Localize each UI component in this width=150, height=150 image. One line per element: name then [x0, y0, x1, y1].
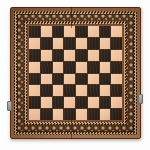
- square-c8[interactable]: [53, 26, 64, 37]
- square-d1[interactable]: [64, 109, 75, 120]
- square-g4[interactable]: [100, 74, 111, 85]
- square-c1[interactable]: [53, 109, 64, 120]
- square-b5[interactable]: [41, 62, 52, 73]
- square-e4[interactable]: [76, 74, 87, 85]
- square-d8[interactable]: [64, 26, 75, 37]
- square-f6[interactable]: [88, 50, 99, 61]
- square-h6[interactable]: [111, 50, 122, 61]
- square-c3[interactable]: [53, 85, 64, 96]
- square-h5[interactable]: [111, 62, 122, 73]
- square-d2[interactable]: [64, 97, 75, 108]
- square-b2[interactable]: [41, 97, 52, 108]
- square-g2[interactable]: [100, 97, 111, 108]
- inner-wood-frame: [27, 24, 124, 122]
- square-a3[interactable]: [29, 85, 40, 96]
- square-h3[interactable]: [111, 85, 122, 96]
- square-g1[interactable]: [100, 109, 111, 120]
- square-a5[interactable]: [29, 62, 40, 73]
- square-f7[interactable]: [88, 38, 99, 49]
- square-c5[interactable]: [53, 62, 64, 73]
- square-e1[interactable]: [76, 109, 87, 120]
- square-a2[interactable]: [29, 97, 40, 108]
- square-c7[interactable]: [53, 38, 64, 49]
- square-e5[interactable]: [76, 62, 87, 73]
- square-e2[interactable]: [76, 97, 87, 108]
- outer-wood-frame: [11, 8, 140, 138]
- square-d5[interactable]: [64, 62, 75, 73]
- right-latch-icon: [138, 94, 143, 104]
- square-g6[interactable]: [100, 50, 111, 61]
- square-b1[interactable]: [41, 109, 52, 120]
- square-c4[interactable]: [53, 74, 64, 85]
- square-a8[interactable]: [29, 26, 40, 37]
- square-d4[interactable]: [64, 74, 75, 85]
- square-f5[interactable]: [88, 62, 99, 73]
- square-e8[interactable]: [76, 26, 87, 37]
- square-h4[interactable]: [111, 74, 122, 85]
- square-d3[interactable]: [64, 85, 75, 96]
- inner-dot-band: [24, 21, 127, 125]
- square-b7[interactable]: [41, 38, 52, 49]
- left-hinge-icon: [7, 101, 12, 111]
- square-b8[interactable]: [41, 26, 52, 37]
- square-b6[interactable]: [41, 50, 52, 61]
- square-g5[interactable]: [100, 62, 111, 73]
- square-f1[interactable]: [88, 109, 99, 120]
- square-g7[interactable]: [100, 38, 111, 49]
- play-area: [29, 26, 122, 120]
- square-d7[interactable]: [64, 38, 75, 49]
- square-a7[interactable]: [29, 38, 40, 49]
- square-e3[interactable]: [76, 85, 87, 96]
- square-e6[interactable]: [76, 50, 87, 61]
- square-c2[interactable]: [53, 97, 64, 108]
- square-h2[interactable]: [111, 97, 122, 108]
- square-b4[interactable]: [41, 74, 52, 85]
- square-f8[interactable]: [88, 26, 99, 37]
- carved-scroll-ornament-band: [17, 14, 134, 132]
- square-f4[interactable]: [88, 74, 99, 85]
- square-e7[interactable]: [76, 38, 87, 49]
- square-f2[interactable]: [88, 97, 99, 108]
- square-b3[interactable]: [41, 85, 52, 96]
- square-h7[interactable]: [111, 38, 122, 49]
- square-a6[interactable]: [29, 50, 40, 61]
- square-g8[interactable]: [100, 26, 111, 37]
- square-a1[interactable]: [29, 109, 40, 120]
- chess-box-board: [10, 7, 141, 139]
- top-center-wood-seam: [71, 7, 72, 28]
- square-h8[interactable]: [111, 26, 122, 37]
- square-g3[interactable]: [100, 85, 111, 96]
- square-d6[interactable]: [64, 50, 75, 61]
- square-h1[interactable]: [111, 109, 122, 120]
- square-a4[interactable]: [29, 74, 40, 85]
- square-f3[interactable]: [88, 85, 99, 96]
- photo-background: [0, 0, 150, 150]
- square-c6[interactable]: [53, 50, 64, 61]
- outer-dot-band: [14, 11, 137, 135]
- bottom-center-wood-seam: [71, 120, 72, 139]
